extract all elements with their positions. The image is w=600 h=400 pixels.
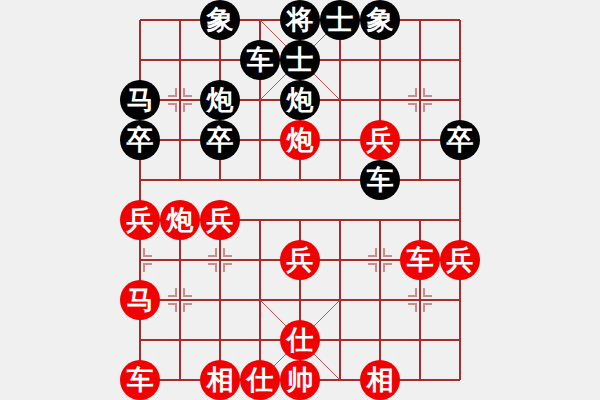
piece-red-horse[interactable]: 马 [120,280,160,320]
piece-black-elephant[interactable]: 象 [360,0,400,40]
piece-black-elephant[interactable]: 象 [200,0,240,40]
piece-black-advisor[interactable]: 士 [280,40,320,80]
piece-red-soldier[interactable]: 兵 [440,240,480,280]
piece-black-soldier[interactable]: 卒 [440,120,480,160]
piece-red-elephant[interactable]: 相 [360,360,400,400]
piece-black-general[interactable]: 将 [280,0,320,40]
piece-red-soldier[interactable]: 兵 [200,200,240,240]
piece-black-advisor[interactable]: 士 [320,0,360,40]
app-background: { "game": "xiangqi", "board": { "files":… [0,0,600,400]
piece-black-cannon[interactable]: 炮 [200,80,240,120]
piece-red-chariot[interactable]: 车 [400,240,440,280]
piece-black-soldier[interactable]: 卒 [120,120,160,160]
piece-red-soldier[interactable]: 兵 [360,120,400,160]
piece-red-soldier[interactable]: 兵 [280,240,320,280]
piece-red-cannon[interactable]: 炮 [160,200,200,240]
piece-red-elephant[interactable]: 相 [200,360,240,400]
piece-red-advisor[interactable]: 仕 [240,360,280,400]
piece-black-soldier[interactable]: 卒 [200,120,240,160]
piece-red-general[interactable]: 帅 [280,360,320,400]
piece-black-chariot[interactable]: 车 [360,160,400,200]
piece-red-chariot[interactable]: 车 [120,360,160,400]
pieces-layer: 象将士象车士马炮炮卒卒炮兵卒车兵炮兵兵车兵马仕车相仕帅相 [120,0,480,400]
xiangqi-board: 象将士象车士马炮炮卒卒炮兵卒车兵炮兵兵车兵马仕车相仕帅相 [0,0,600,400]
piece-red-soldier[interactable]: 兵 [120,200,160,240]
piece-red-advisor[interactable]: 仕 [280,320,320,360]
piece-red-cannon[interactable]: 炮 [280,120,320,160]
piece-black-horse[interactable]: 马 [120,80,160,120]
piece-black-cannon[interactable]: 炮 [280,80,320,120]
piece-black-chariot[interactable]: 车 [240,40,280,80]
